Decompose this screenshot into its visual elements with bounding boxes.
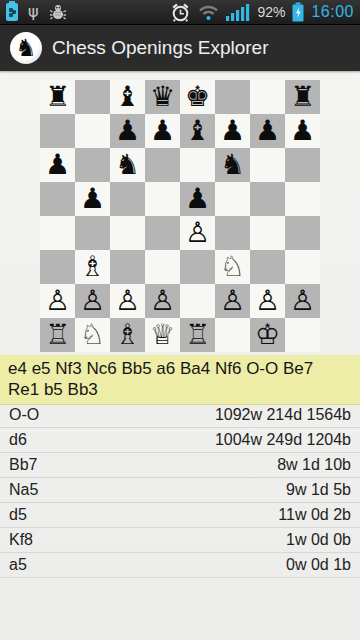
usb-icon: ψ [28,3,39,21]
white-piece: ♙ [115,284,140,317]
square-c3[interactable] [110,250,145,284]
move-stats: 9w 1d 5b [286,481,351,499]
moves-table: O-O1092w 214d 1564bd61004w 249d 1204bBb7… [0,403,360,578]
move-san: Kf8 [9,531,33,549]
black-piece: ♞ [115,148,140,181]
black-piece: ♟ [150,114,175,147]
square-d1[interactable]: ♕ [145,318,180,352]
square-g1[interactable]: ♔ [250,318,285,352]
black-piece: ♟ [115,114,140,147]
square-c8[interactable]: ♝ [110,80,145,114]
square-h7[interactable]: ♟ [285,114,320,148]
square-g8[interactable] [250,80,285,114]
square-a1[interactable]: ♖ [40,318,75,352]
square-a3[interactable] [40,250,75,284]
white-piece: ♙ [185,216,210,249]
chess-board[interactable]: ♜♝♛♚♜♟♟♝♟♟♟♟♞♞♟♟♙♗♘♙♙♙♙♙♙♙♖♘♗♕♖♔ [40,80,320,352]
square-e5[interactable]: ♟ [180,182,215,216]
square-h3[interactable] [285,250,320,284]
move-stats: 1092w 214d 1564b [215,406,351,424]
square-f4[interactable] [215,216,250,250]
square-f5[interactable] [215,182,250,216]
white-piece: ♙ [45,284,70,317]
square-f2[interactable]: ♙ [215,284,250,318]
black-piece: ♞ [220,148,245,181]
square-e4[interactable]: ♙ [180,216,215,250]
black-piece: ♟ [255,114,280,147]
move-san: d6 [9,431,27,449]
black-piece: ♜ [290,80,315,113]
square-b2[interactable]: ♙ [75,284,110,318]
alarm-icon [170,2,191,23]
move-row[interactable]: a50w 0d 1b [0,553,360,578]
screen: ψ [0,0,360,640]
square-b1[interactable]: ♘ [75,318,110,352]
move-san: Na5 [9,481,38,499]
white-piece: ♗ [80,250,105,283]
square-d4[interactable] [145,216,180,250]
square-h6[interactable] [285,148,320,182]
square-a4[interactable] [40,216,75,250]
square-c1[interactable]: ♗ [110,318,145,352]
white-piece: ♙ [220,284,245,317]
battery-percent: 92% [257,4,285,20]
square-h1[interactable] [285,318,320,352]
square-g2[interactable]: ♙ [250,284,285,318]
square-h5[interactable] [285,182,320,216]
square-g7[interactable]: ♟ [250,114,285,148]
square-a7[interactable] [40,114,75,148]
square-e6[interactable] [180,148,215,182]
black-piece: ♟ [185,182,210,215]
white-piece: ♖ [185,318,210,351]
white-piece: ♙ [150,284,175,317]
square-b4[interactable] [75,216,110,250]
square-d3[interactable] [145,250,180,284]
move-san: d5 [9,506,27,524]
move-stats: 0w 0d 1b [286,556,351,574]
black-piece: ♜ [45,80,70,113]
square-e8[interactable]: ♚ [180,80,215,114]
square-c4[interactable] [110,216,145,250]
square-e1[interactable]: ♖ [180,318,215,352]
square-g3[interactable] [250,250,285,284]
move-san: O-O [9,406,39,424]
white-piece: ♙ [80,284,105,317]
move-row[interactable]: Na59w 1d 5b [0,478,360,503]
square-f6[interactable]: ♞ [215,148,250,182]
white-piece: ♙ [255,284,280,317]
square-a5[interactable] [40,182,75,216]
square-g6[interactable] [250,148,285,182]
move-row[interactable]: d61004w 249d 1204b [0,428,360,453]
square-c2[interactable]: ♙ [110,284,145,318]
move-stats: 11w 0d 2b [278,506,351,524]
white-piece: ♖ [45,318,70,351]
wifi-icon [198,4,219,21]
black-piece: ♛ [150,80,175,113]
move-stats: 1004w 249d 1204b [215,431,351,449]
status-bar: ψ [0,0,360,25]
black-piece: ♟ [220,114,245,147]
square-f1[interactable] [215,318,250,352]
clock-time: 16:00 [311,3,354,21]
square-d5[interactable] [145,182,180,216]
black-piece: ♟ [290,114,315,147]
square-d7[interactable]: ♟ [145,114,180,148]
white-piece: ♗ [115,318,140,351]
move-san: a5 [9,556,27,574]
move-row[interactable]: Bb78w 1d 10b [0,453,360,478]
move-stats: 1w 0d 0b [286,531,351,549]
white-piece: ♔ [255,318,280,351]
square-e7[interactable]: ♝ [180,114,215,148]
square-a2[interactable]: ♙ [40,284,75,318]
app-logo-knight-icon: ♞ [10,32,42,64]
square-h2[interactable]: ♙ [285,284,320,318]
moves-played-strip: e4 e5 Nf3 Nc6 Bb5 a6 Ba4 Nf6 O-O Be7 Re1… [0,355,360,405]
app-battery-icon [6,3,18,21]
move-stats: 8w 1d 10b [277,456,351,474]
signal-icon [226,3,250,21]
move-row[interactable]: O-O1092w 214d 1564b [0,403,360,428]
square-b8[interactable] [75,80,110,114]
debug-bug-icon [49,3,67,21]
square-f3[interactable]: ♘ [215,250,250,284]
square-h8[interactable]: ♜ [285,80,320,114]
square-a8[interactable]: ♜ [40,80,75,114]
square-b5[interactable]: ♟ [75,182,110,216]
square-g4[interactable] [250,216,285,250]
app-title: Chess Openings Explorer [52,37,269,59]
square-e3[interactable] [180,250,215,284]
square-f8[interactable] [215,80,250,114]
square-c5[interactable] [110,182,145,216]
square-d2[interactable]: ♙ [145,284,180,318]
white-piece: ♘ [80,318,105,351]
square-f7[interactable]: ♟ [215,114,250,148]
moves-played-line1: e4 e5 Nf3 Nc6 Bb5 a6 Ba4 Nf6 O-O Be7 [8,358,352,379]
white-piece: ♘ [220,250,245,283]
battery-charging-icon [292,2,304,22]
black-piece: ♟ [45,148,70,181]
black-piece: ♟ [80,182,105,215]
move-row[interactable]: d511w 0d 2b [0,503,360,528]
moves-played-line2: Re1 b5 Bb3 [8,379,352,400]
black-piece: ♝ [115,80,140,113]
square-c6[interactable]: ♞ [110,148,145,182]
white-piece: ♕ [150,318,175,351]
move-row[interactable]: Kf81w 0d 0b [0,528,360,553]
square-a6[interactable]: ♟ [40,148,75,182]
square-e2[interactable] [180,284,215,318]
square-d6[interactable] [145,148,180,182]
square-b6[interactable] [75,148,110,182]
square-c7[interactable]: ♟ [110,114,145,148]
action-bar: ♞ Chess Openings Explorer [0,25,360,71]
square-g5[interactable] [250,182,285,216]
square-h4[interactable] [285,216,320,250]
square-d8[interactable]: ♛ [145,80,180,114]
black-piece: ♚ [185,80,210,113]
black-piece: ♝ [185,114,210,147]
square-b7[interactable] [75,114,110,148]
move-san: Bb7 [9,456,37,474]
white-piece: ♙ [290,284,315,317]
square-b3[interactable]: ♗ [75,250,110,284]
